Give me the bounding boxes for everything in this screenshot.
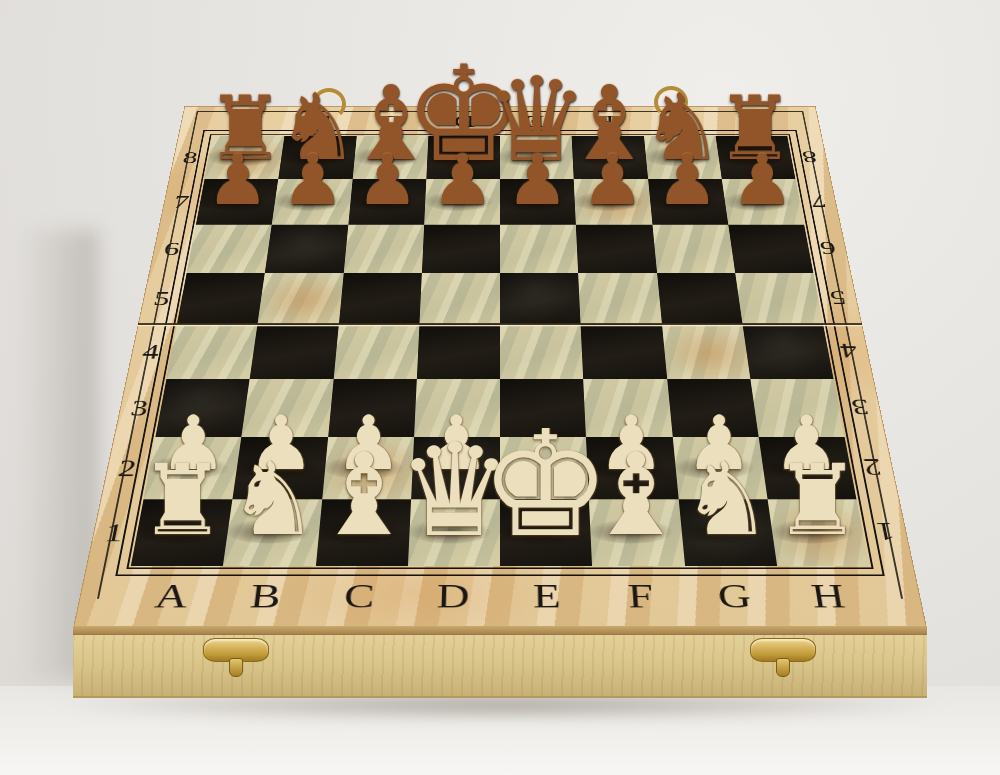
square-a6 bbox=[187, 225, 272, 273]
file-labels-top: ABCDEFGH bbox=[213, 110, 787, 134]
square-c5 bbox=[338, 273, 421, 324]
square-a1 bbox=[131, 499, 233, 566]
square-g7 bbox=[648, 179, 728, 225]
square-d7 bbox=[424, 179, 500, 225]
square-h7 bbox=[722, 179, 805, 225]
board-squares-grid bbox=[131, 136, 869, 566]
file-label-H: H bbox=[778, 577, 878, 615]
file-label-E: E bbox=[500, 577, 595, 615]
hinge-ring-icon bbox=[654, 86, 688, 118]
square-d1 bbox=[408, 499, 500, 566]
square-f2 bbox=[586, 437, 678, 499]
square-h1 bbox=[767, 499, 869, 566]
square-d2 bbox=[411, 437, 500, 499]
square-g2 bbox=[672, 437, 767, 499]
square-h6 bbox=[728, 225, 813, 273]
square-c4 bbox=[333, 324, 419, 379]
square-b7 bbox=[272, 179, 352, 225]
file-label-top-D: D bbox=[428, 112, 500, 131]
file-label-A: A bbox=[121, 577, 221, 615]
square-e8 bbox=[500, 136, 574, 179]
square-f4 bbox=[581, 324, 667, 379]
square-d3 bbox=[414, 379, 500, 437]
square-c7 bbox=[348, 179, 426, 225]
square-a8 bbox=[205, 136, 285, 179]
square-h8 bbox=[715, 136, 795, 179]
square-g6 bbox=[652, 225, 735, 273]
square-c1 bbox=[315, 499, 410, 566]
file-label-B: B bbox=[216, 577, 314, 615]
board-marble-margin: ABCDEFGH ABCDEFGH 87654321 87654321 bbox=[73, 106, 927, 628]
square-f6 bbox=[576, 225, 657, 273]
square-b1 bbox=[223, 499, 322, 566]
square-c2 bbox=[322, 437, 414, 499]
file-label-top-A: A bbox=[214, 112, 288, 131]
square-a3 bbox=[155, 379, 249, 437]
square-f8 bbox=[572, 136, 648, 179]
file-label-D: D bbox=[405, 577, 500, 615]
square-c8 bbox=[352, 136, 428, 179]
square-d4 bbox=[417, 324, 500, 379]
file-labels-bottom: ABCDEFGH bbox=[120, 567, 881, 625]
square-g3 bbox=[667, 379, 759, 437]
square-b3 bbox=[242, 379, 334, 437]
square-b4 bbox=[250, 324, 339, 379]
square-e3 bbox=[500, 379, 586, 437]
square-a5 bbox=[177, 273, 265, 324]
square-d5 bbox=[419, 273, 500, 324]
file-label-C: C bbox=[311, 577, 407, 615]
hinge-ring-icon bbox=[312, 88, 346, 120]
square-f7 bbox=[574, 179, 652, 225]
square-b5 bbox=[258, 273, 344, 324]
square-e5 bbox=[500, 273, 581, 324]
square-h4 bbox=[742, 324, 833, 379]
square-e7 bbox=[500, 179, 576, 225]
file-label-top-C: C bbox=[357, 112, 430, 131]
square-b2 bbox=[233, 437, 328, 499]
file-label-G: G bbox=[686, 577, 784, 615]
square-g1 bbox=[678, 499, 777, 566]
brass-clasp-icon bbox=[750, 638, 816, 662]
square-a2 bbox=[144, 437, 242, 499]
square-a7 bbox=[196, 179, 279, 225]
square-e2 bbox=[500, 437, 589, 499]
square-a4 bbox=[166, 324, 257, 379]
square-d6 bbox=[422, 225, 500, 273]
square-f1 bbox=[589, 499, 684, 566]
board-fold-seam bbox=[137, 323, 862, 326]
square-h3 bbox=[750, 379, 844, 437]
square-e4 bbox=[500, 324, 583, 379]
square-e6 bbox=[500, 225, 578, 273]
square-f5 bbox=[578, 273, 661, 324]
file-label-F: F bbox=[593, 577, 689, 615]
square-h5 bbox=[735, 273, 823, 324]
square-g8 bbox=[644, 136, 722, 179]
square-d8 bbox=[426, 136, 500, 179]
square-g5 bbox=[657, 273, 743, 324]
square-b8 bbox=[278, 136, 356, 179]
box-front-face bbox=[73, 626, 927, 698]
box-lid-edge bbox=[73, 626, 927, 635]
file-label-top-E: E bbox=[500, 112, 572, 131]
square-c3 bbox=[328, 379, 417, 437]
chess-board-top: ABCDEFGH ABCDEFGH 87654321 87654321 bbox=[73, 106, 927, 628]
brass-clasp-icon bbox=[203, 638, 269, 662]
square-g4 bbox=[662, 324, 751, 379]
file-label-top-F: F bbox=[571, 112, 644, 131]
square-b6 bbox=[265, 225, 348, 273]
file-label-top-H: H bbox=[712, 112, 786, 131]
square-c6 bbox=[343, 225, 424, 273]
square-h2 bbox=[758, 437, 856, 499]
square-e1 bbox=[500, 499, 592, 566]
square-f3 bbox=[583, 379, 672, 437]
